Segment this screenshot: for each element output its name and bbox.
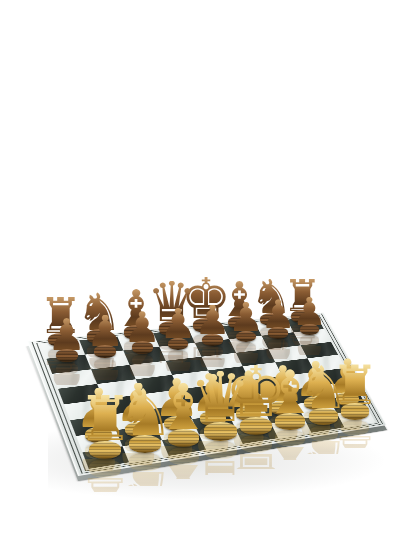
piece-black-pawn-b7: ♟♟ bbox=[84, 315, 127, 358]
piece-white-rook-a1: ♜♜ bbox=[74, 395, 136, 459]
product-photo-canvas: ♜♜♞♞♝♝♛♛♚♚♝♝♞♞♜♜♟♟♟♟♟♟♟♟♟♟♟♟♟♟♟♟♟♟♟♟♟♟♟♟… bbox=[0, 0, 416, 555]
pawn-glyph: ♟ bbox=[45, 318, 89, 352]
pieces-layer: ♜♜♞♞♝♝♛♛♚♚♝♝♞♞♜♜♟♟♟♟♟♟♟♟♟♟♟♟♟♟♟♟♟♟♟♟♟♟♟♟… bbox=[0, 0, 416, 555]
pawn-glyph: ♟ bbox=[157, 308, 199, 340]
rook-glyph: ♜ bbox=[74, 395, 136, 443]
piece-black-pawn-c7: ♟♟ bbox=[121, 311, 163, 353]
pawn-glyph: ♟ bbox=[84, 315, 127, 349]
piece-black-pawn-d7: ♟♟ bbox=[157, 308, 199, 350]
piece-black-pawn-a7: ♟♟ bbox=[45, 318, 89, 362]
mirror-reflection: ♜ bbox=[74, 459, 136, 491]
pawn-glyph: ♟ bbox=[121, 311, 163, 344]
rook-glyph: ♜ bbox=[74, 475, 136, 492]
